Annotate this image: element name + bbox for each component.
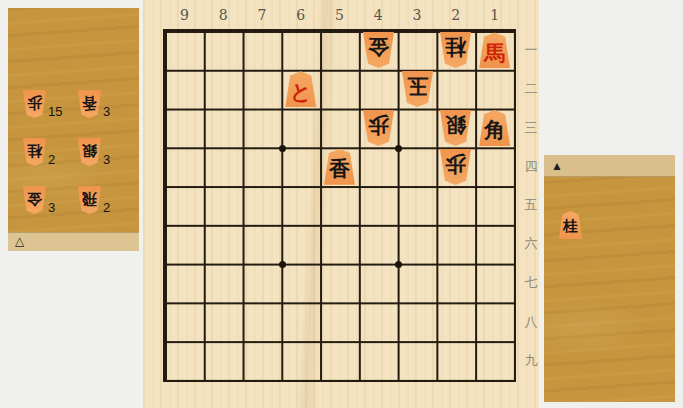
square-79[interactable] [243,341,282,380]
square-75[interactable] [243,186,282,225]
square-65[interactable] [281,186,320,225]
square-32[interactable]: 玉 [398,70,437,109]
rank-label-2: 二 [522,70,540,109]
square-42[interactable] [359,70,398,109]
file-label-1: 1 [475,3,514,27]
square-96[interactable] [165,225,204,264]
square-77[interactable] [243,264,282,303]
file-label-6: 6 [281,3,320,27]
star-point [279,145,286,152]
sente-hand-knight[interactable]: 桂 [558,191,613,239]
square-76[interactable] [243,225,282,264]
shogi-app: 歩15香3桂2銀3金3飛2 △ 987654321 一二三四五六七八九 金桂馬と… [0,0,683,408]
gote-hand-silver-piece[interactable]: 銀 [77,138,102,166]
square-88[interactable] [204,302,243,341]
square-53[interactable] [320,109,359,148]
rank-labels: 一二三四五六七八九 [522,31,540,380]
file-label-7: 7 [243,3,282,27]
sente-indicator: ▲ [551,160,563,172]
gote-silver-23[interactable]: 銀 [439,110,472,146]
square-78[interactable] [243,302,282,341]
square-43[interactable]: 歩 [359,109,398,148]
square-36[interactable] [398,225,437,264]
rank-label-1: 一 [522,31,540,70]
square-83[interactable] [204,109,243,148]
square-84[interactable] [204,147,243,186]
file-label-2: 2 [436,3,475,27]
square-28[interactable] [436,302,475,341]
file-label-9: 9 [165,3,204,27]
rank-label-3: 三 [522,109,540,148]
sente-hand-grid: 桂 [558,191,668,239]
square-99[interactable] [165,341,204,380]
square-47[interactable] [359,264,398,303]
gote-hand-silver-count: 3 [103,152,113,167]
square-93[interactable] [165,109,204,148]
sente-lance-54[interactable]: 香 [323,149,356,185]
square-29[interactable] [436,341,475,380]
square-98[interactable] [165,302,204,341]
square-31[interactable] [398,31,437,70]
square-46[interactable] [359,225,398,264]
star-point [279,261,286,268]
square-34[interactable] [398,147,437,186]
square-67[interactable] [281,264,320,303]
gote-hand-pawn-count: 15 [48,104,62,119]
gote-hand-knight-count: 2 [48,152,58,167]
gote-knight-21[interactable]: 桂 [439,32,472,68]
gote-hand-gold[interactable]: 金3 [22,166,77,214]
square-68[interactable] [281,302,320,341]
file-label-4: 4 [359,3,398,27]
square-57[interactable] [320,264,359,303]
gote-hand-gold-piece[interactable]: 金 [22,186,47,214]
square-26[interactable] [436,225,475,264]
gote-gold-41[interactable]: 金 [362,32,395,68]
star-point [395,145,402,152]
square-56[interactable] [320,225,359,264]
rank-label-6: 六 [522,225,540,264]
shogi-board: 金桂馬と玉歩銀角香歩 [163,29,516,382]
square-23[interactable]: 銀 [436,109,475,148]
square-81[interactable] [204,31,243,70]
gote-hand-tray: 歩15香3桂2銀3金3飛2 △ [8,8,139,251]
square-16[interactable] [475,225,514,264]
rank-label-4: 四 [522,147,540,186]
square-87[interactable] [204,264,243,303]
gote-hand-pawn[interactable]: 歩15 [22,70,77,118]
square-37[interactable] [398,264,437,303]
gote-hand-lance-piece[interactable]: 香 [77,90,102,118]
square-86[interactable] [204,225,243,264]
square-41[interactable]: 金 [359,31,398,70]
square-64[interactable] [281,147,320,186]
square-59[interactable] [320,341,359,380]
square-22[interactable] [436,70,475,109]
square-49[interactable] [359,341,398,380]
square-19[interactable] [475,341,514,380]
gote-hand-knight[interactable]: 桂2 [22,118,77,166]
sente-hand-tray: ▲ 桂 [544,155,675,402]
rank-label-5: 五 [522,186,540,225]
square-94[interactable] [165,147,204,186]
square-69[interactable] [281,341,320,380]
square-12[interactable] [475,70,514,109]
square-74[interactable] [243,147,282,186]
square-44[interactable] [359,147,398,186]
square-24[interactable]: 歩 [436,147,475,186]
square-71[interactable] [243,31,282,70]
square-25[interactable] [436,186,475,225]
square-11[interactable]: 馬 [475,31,514,70]
rank-label-8: 八 [522,302,540,341]
file-labels: 987654321 [165,3,514,27]
gote-hand-grid: 歩15香3桂2銀3金3飛2 [22,70,132,214]
rank-label-9: 九 [522,341,540,380]
square-62[interactable]: と [281,70,320,109]
gote-hand-lance-count: 3 [103,104,113,119]
gote-hand-pawn-piece[interactable]: 歩 [22,90,47,118]
square-92[interactable] [165,70,204,109]
sente-tokin-62[interactable]: と [284,71,317,107]
square-21[interactable]: 桂 [436,31,475,70]
gote-hand-rook-piece[interactable]: 飛 [77,186,102,214]
square-72[interactable] [243,70,282,109]
square-73[interactable] [243,109,282,148]
sente-tray-strip: ▲ [544,155,675,177]
square-89[interactable] [204,341,243,380]
gote-tray-strip: △ [8,232,139,251]
square-17[interactable] [475,264,514,303]
square-51[interactable] [320,31,359,70]
file-label-3: 3 [398,3,437,27]
square-61[interactable] [281,31,320,70]
square-15[interactable] [475,186,514,225]
square-33[interactable] [398,109,437,148]
board-area: 987654321 一二三四五六七八九 金桂馬と玉歩銀角香歩 [143,0,539,408]
square-82[interactable] [204,70,243,109]
gote-pawn-43[interactable]: 歩 [362,110,395,146]
file-label-8: 8 [204,3,243,27]
rank-label-7: 七 [522,264,540,303]
square-97[interactable] [165,264,204,303]
sente-hand-knight-piece[interactable]: 桂 [558,211,583,239]
gote-pawn-24[interactable]: 歩 [439,149,472,185]
square-13[interactable]: 角 [475,109,514,148]
square-95[interactable] [165,186,204,225]
square-39[interactable] [398,341,437,380]
gote-hand-silver[interactable]: 銀3 [77,118,132,166]
file-label-5: 5 [320,3,359,27]
gote-hand-lance[interactable]: 香3 [77,70,132,118]
square-48[interactable] [359,302,398,341]
square-58[interactable] [320,302,359,341]
gote-hand-gold-count: 3 [48,200,58,215]
sente-bishop-13[interactable]: 角 [478,110,511,146]
gote-indicator: △ [15,235,24,247]
square-38[interactable] [398,302,437,341]
sente-promoted-bishop-11[interactable]: 馬 [478,32,511,68]
square-27[interactable] [436,264,475,303]
square-45[interactable] [359,186,398,225]
square-35[interactable] [398,186,437,225]
square-55[interactable] [320,186,359,225]
gote-hand-rook-count: 2 [103,200,113,215]
square-14[interactable] [475,147,514,186]
gote-king-32[interactable]: 玉 [401,71,434,107]
square-63[interactable] [281,109,320,148]
square-18[interactable] [475,302,514,341]
square-66[interactable] [281,225,320,264]
square-54[interactable]: 香 [320,147,359,186]
square-91[interactable] [165,31,204,70]
gote-hand-rook[interactable]: 飛2 [77,166,132,214]
square-52[interactable] [320,70,359,109]
gote-hand-knight-piece[interactable]: 桂 [22,138,47,166]
square-85[interactable] [204,186,243,225]
